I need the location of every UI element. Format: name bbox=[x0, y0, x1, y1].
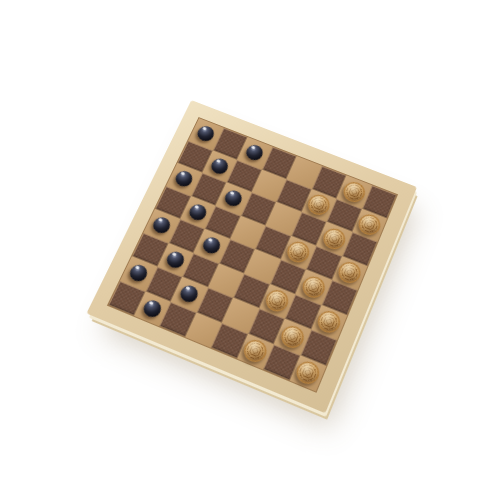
black-checker[interactable] bbox=[209, 156, 231, 176]
wooden-checker[interactable] bbox=[293, 358, 323, 387]
black-checker[interactable] bbox=[187, 202, 209, 223]
black-checker[interactable] bbox=[200, 235, 222, 256]
black-checker[interactable] bbox=[173, 169, 195, 189]
black-checker[interactable] bbox=[178, 283, 201, 305]
wooden-board-frame bbox=[86, 100, 417, 413]
black-checker[interactable] bbox=[164, 249, 187, 270]
board-grid bbox=[108, 118, 397, 391]
board-tilt-wrapper bbox=[86, 100, 417, 413]
black-checker[interactable] bbox=[151, 215, 173, 236]
black-checker[interactable] bbox=[195, 124, 217, 144]
black-checker[interactable] bbox=[244, 143, 266, 163]
black-checker[interactable] bbox=[127, 263, 150, 284]
board-play-area bbox=[107, 117, 398, 393]
black-checker[interactable] bbox=[141, 298, 164, 320]
checkers-product-photo bbox=[0, 0, 500, 500]
black-checker[interactable] bbox=[222, 188, 244, 208]
